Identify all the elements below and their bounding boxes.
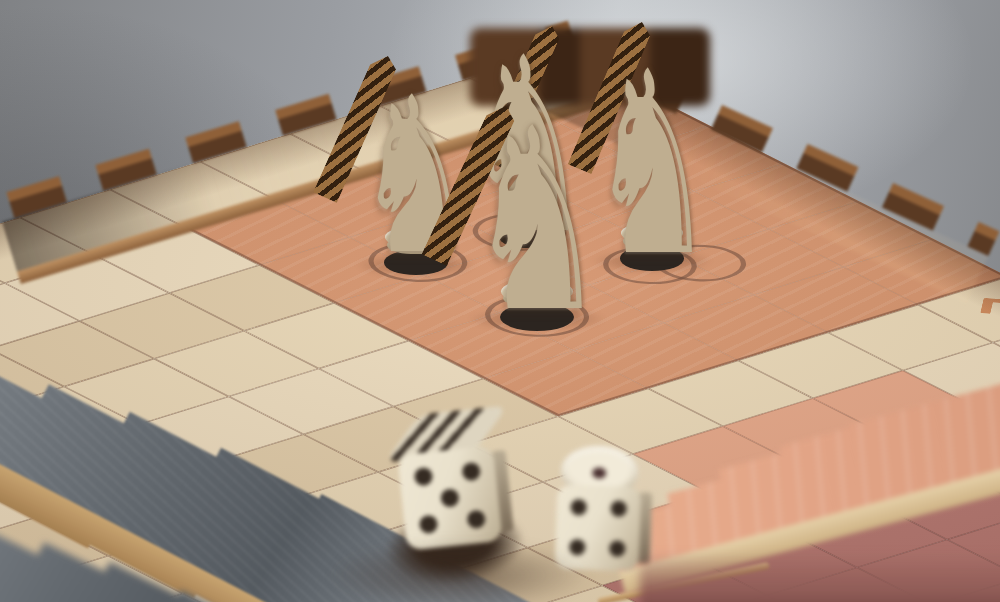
die-pip	[592, 467, 606, 478]
die-pip	[461, 462, 481, 482]
die-pip	[570, 499, 587, 516]
scene: ♞♞♞♞	[0, 0, 1000, 602]
die-pip	[569, 539, 586, 556]
die-front-face	[397, 445, 503, 551]
die-pip	[466, 509, 486, 529]
die-pip	[419, 514, 439, 534]
die-pip	[609, 541, 626, 558]
foreground-shadow	[330, 540, 590, 602]
dice-layer	[0, 0, 1000, 602]
foreground-mauve-blur	[640, 552, 1000, 602]
die-pip	[414, 467, 434, 487]
die-pip	[611, 500, 628, 517]
left-die[interactable]	[397, 445, 503, 551]
die-pip	[440, 488, 460, 508]
